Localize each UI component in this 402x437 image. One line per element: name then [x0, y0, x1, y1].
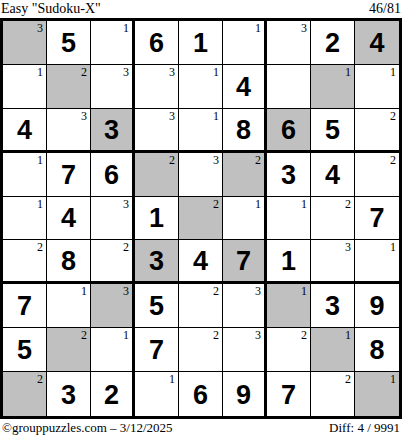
pencil-mark: 1: [255, 197, 261, 211]
cell-r1c9[interactable]: 4: [355, 21, 399, 65]
cell-value: 7: [223, 240, 264, 281]
pencil-mark: 3: [255, 328, 261, 342]
cell-value: 3: [47, 372, 90, 416]
pencil-mark: 1: [37, 197, 43, 211]
header: Easy "Sudoku-X" 46/81: [0, 0, 402, 18]
pencil-mark: 3: [37, 21, 43, 35]
cell-r2c2[interactable]: 2: [47, 65, 91, 109]
cell-value: 6: [267, 109, 310, 150]
pencil-mark: 2: [345, 372, 351, 386]
cell-r5c1[interactable]: 1: [3, 197, 47, 241]
cell-r5c2[interactable]: 4: [47, 197, 91, 241]
pencil-mark: 1: [123, 328, 129, 342]
pencil-mark: 2: [123, 240, 129, 254]
cell-value: 4: [3, 109, 46, 150]
cell-r5c8[interactable]: 2: [311, 197, 355, 241]
pencil-mark: 3: [169, 65, 175, 79]
pencil-mark: 1: [213, 109, 219, 123]
pencil-mark: 1: [169, 372, 175, 386]
cell-r6c1[interactable]: 2: [3, 240, 47, 284]
pencil-mark: 2: [213, 284, 219, 298]
cell-value: 6: [179, 372, 222, 416]
pencil-mark: 1: [390, 372, 396, 386]
cell-r1c8[interactable]: 2: [311, 21, 355, 65]
cell-value: 5: [135, 284, 178, 327]
cell-r8c6[interactable]: 3: [223, 328, 267, 372]
pencil-mark: 2: [390, 109, 396, 123]
cell-r6c8[interactable]: 3: [311, 240, 355, 284]
cell-r3c1[interactable]: 4: [3, 109, 47, 153]
cell-value: 3: [311, 284, 354, 327]
cell-r4c5[interactable]: 3: [179, 153, 223, 197]
pencil-mark: 1: [255, 21, 261, 35]
pencil-mark: 2: [169, 153, 175, 167]
sudoku-page: Easy "Sudoku-X" 46/81 351611324123314114…: [0, 0, 402, 437]
pencil-mark: 2: [301, 328, 307, 342]
cell-value: 4: [47, 197, 90, 240]
pencil-mark: 1: [345, 328, 351, 342]
cell-value: 3: [135, 240, 178, 281]
cell-value: 2: [91, 372, 132, 416]
cell-value: 1: [267, 240, 310, 281]
cell-r5c6[interactable]: 1: [223, 197, 267, 241]
cell-value: 4: [223, 65, 264, 108]
cell-r4c7[interactable]: 3: [267, 153, 311, 197]
cell-r4c9[interactable]: 2: [355, 153, 399, 197]
pencil-mark: 2: [390, 153, 396, 167]
pencil-mark: 1: [37, 153, 43, 167]
cell-r7c8[interactable]: 3: [311, 284, 355, 328]
pencil-mark: 3: [123, 65, 129, 79]
cell-r1c6[interactable]: 1: [223, 21, 267, 65]
pencil-mark: 1: [123, 21, 129, 35]
cell-r1c5[interactable]: 1: [179, 21, 223, 65]
cell-r5c4[interactable]: 1: [135, 197, 179, 241]
cell-value: 7: [3, 284, 46, 327]
cell-value: 7: [47, 153, 90, 196]
cell-r4c8[interactable]: 4: [311, 153, 355, 197]
copyright-text: ©grouppuzzles.com – 3/12/2025: [2, 420, 173, 436]
cell-value: 9: [355, 284, 399, 327]
cell-r8c1[interactable]: 5: [3, 328, 47, 372]
cell-value: 5: [47, 21, 90, 64]
pencil-mark: 2: [37, 240, 43, 254]
cell-value: 4: [355, 21, 399, 64]
cell-r2c5[interactable]: 1: [179, 65, 223, 109]
cell-r3c8[interactable]: 5: [311, 109, 355, 153]
cell-value: 7: [135, 328, 178, 371]
cell-value: 9: [223, 372, 264, 416]
pencil-mark: 1: [301, 284, 307, 298]
cell-r2c6[interactable]: 4: [223, 65, 267, 109]
cell-value: 6: [91, 153, 132, 196]
cell-r1c1[interactable]: 3: [3, 21, 47, 65]
cell-value: 2: [311, 21, 354, 64]
cell-r8c8[interactable]: 1: [311, 328, 355, 372]
cell-r8c7[interactable]: 2: [267, 328, 311, 372]
cell-r6c9[interactable]: 1: [355, 240, 399, 284]
cell-r4c3[interactable]: 6: [91, 153, 135, 197]
cell-r6c2[interactable]: 8: [47, 240, 91, 284]
pencil-mark: 1: [345, 65, 351, 79]
cell-r9c2[interactable]: 3: [47, 372, 91, 416]
pencil-mark: 3: [169, 109, 175, 123]
cell-r1c3[interactable]: 1: [91, 21, 135, 65]
cell-r8c2[interactable]: 2: [47, 328, 91, 372]
cell-r7c9[interactable]: 9: [355, 284, 399, 328]
cell-value: 3: [267, 153, 310, 196]
cell-r4c6[interactable]: 2: [223, 153, 267, 197]
cell-value: 5: [3, 328, 46, 371]
cell-value: 8: [47, 240, 90, 281]
pencil-mark: 1: [390, 240, 396, 254]
cell-r6c7[interactable]: 1: [267, 240, 311, 284]
cell-value: 1: [179, 21, 222, 64]
pencil-mark: 3: [123, 197, 129, 211]
cell-r9c6[interactable]: 9: [223, 372, 267, 416]
cell-r8c4[interactable]: 7: [135, 328, 179, 372]
cell-r9c9[interactable]: 1: [355, 372, 399, 416]
cell-value: 7: [355, 197, 399, 240]
cell-value: 4: [179, 240, 222, 281]
cell-r4c2[interactable]: 7: [47, 153, 91, 197]
pencil-mark: 2: [213, 197, 219, 211]
cell-r3c6[interactable]: 8: [223, 109, 267, 153]
cell-r1c4[interactable]: 6: [135, 21, 179, 65]
cell-value: 4: [311, 153, 354, 196]
pencil-mark: 3: [123, 284, 129, 298]
pencil-mark: 2: [213, 328, 219, 342]
pencil-mark: 2: [345, 197, 351, 211]
cell-r3c4[interactable]: 3: [135, 109, 179, 153]
footer: ©grouppuzzles.com – 3/12/2025 Diff: 4 / …: [0, 419, 402, 437]
cell-r1c2[interactable]: 5: [47, 21, 91, 65]
cell-r7c7[interactable]: 1: [267, 284, 311, 328]
cell-r7c5[interactable]: 2: [179, 284, 223, 328]
pencil-mark: 1: [301, 197, 307, 211]
progress-counter: 46/81: [369, 1, 401, 17]
cell-r2c7[interactable]: [267, 65, 311, 109]
cell-r6c3[interactable]: 2: [91, 240, 135, 284]
cell-value: 8: [355, 328, 399, 371]
cell-r2c1[interactable]: 1: [3, 65, 47, 109]
cell-r7c3[interactable]: 3: [91, 284, 135, 328]
cell-r5c9[interactable]: 7: [355, 197, 399, 241]
cell-r6c4[interactable]: 3: [135, 240, 179, 284]
cell-r7c6[interactable]: 3: [223, 284, 267, 328]
cell-r7c1[interactable]: 7: [3, 284, 47, 328]
cell-r8c5[interactable]: 2: [179, 328, 223, 372]
cell-r8c9[interactable]: 8: [355, 328, 399, 372]
cell-r4c1[interactable]: 1: [3, 153, 47, 197]
cell-r9c7[interactable]: 7: [267, 372, 311, 416]
cell-r3c7[interactable]: 6: [267, 109, 311, 153]
pencil-mark: 1: [37, 65, 43, 79]
cell-r2c4[interactable]: 3: [135, 65, 179, 109]
cell-r9c1[interactable]: 2: [3, 372, 47, 416]
cell-r3c9[interactable]: 2: [355, 109, 399, 153]
pencil-mark: 2: [37, 372, 43, 386]
cell-r2c3[interactable]: 3: [91, 65, 135, 109]
cell-r6c6[interactable]: 7: [223, 240, 267, 284]
pencil-mark: 2: [81, 328, 87, 342]
cell-r3c5[interactable]: 1: [179, 109, 223, 153]
pencil-mark: 1: [213, 65, 219, 79]
pencil-mark: 1: [390, 65, 396, 79]
cell-r6c5[interactable]: 4: [179, 240, 223, 284]
pencil-mark: 2: [255, 153, 261, 167]
pencil-mark: 2: [81, 65, 87, 79]
pencil-mark: 3: [255, 284, 261, 298]
cell-value: 1: [135, 197, 178, 240]
pencil-mark: 3: [345, 240, 351, 254]
cell-r3c2[interactable]: 3: [47, 109, 91, 153]
cell-value: 8: [223, 109, 264, 150]
cell-r2c8[interactable]: 1: [311, 65, 355, 109]
cell-r5c7[interactable]: 1: [267, 197, 311, 241]
cell-value: 5: [311, 109, 354, 150]
cell-r9c8[interactable]: 2: [311, 372, 355, 416]
cell-value: 6: [135, 21, 178, 64]
cell-r9c5[interactable]: 6: [179, 372, 223, 416]
pencil-mark: 1: [81, 284, 87, 298]
pencil-mark: 3: [301, 21, 307, 35]
cell-r4c4[interactable]: 2: [135, 153, 179, 197]
pencil-mark: 3: [213, 153, 219, 167]
cell-r5c3[interactable]: 3: [91, 197, 135, 241]
cell-value: 7: [267, 372, 310, 416]
cell-r9c4[interactable]: 1: [135, 372, 179, 416]
cell-r8c3[interactable]: 1: [91, 328, 135, 372]
cell-r9c3[interactable]: 2: [91, 372, 135, 416]
cell-value: 3: [91, 109, 132, 150]
sudoku-board: 3516113241233141143331865217623234214312…: [0, 18, 402, 419]
cell-r7c2[interactable]: 1: [47, 284, 91, 328]
difficulty-text: Diff: 4 / 9991: [329, 420, 400, 436]
cell-r3c3[interactable]: 3: [91, 109, 135, 153]
puzzle-title: Easy "Sudoku-X": [1, 1, 101, 17]
cell-r2c9[interactable]: 1: [355, 65, 399, 109]
pencil-mark: 3: [81, 109, 87, 123]
cell-r1c7[interactable]: 3: [267, 21, 311, 65]
cell-r5c5[interactable]: 2: [179, 197, 223, 241]
cell-r7c4[interactable]: 5: [135, 284, 179, 328]
